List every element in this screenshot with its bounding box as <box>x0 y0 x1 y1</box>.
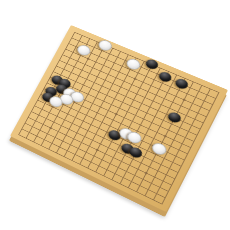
board-grid <box>18 31 219 204</box>
photo-canvas <box>0 0 230 230</box>
go-board <box>10 25 228 212</box>
